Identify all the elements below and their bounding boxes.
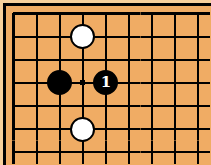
point-2-5[interactable] (25, 94, 48, 117)
board-frame-top (3, 3, 211, 6)
point-9-4[interactable] (187, 71, 210, 94)
point-5-4[interactable]: 1 (94, 71, 117, 94)
point-5-3[interactable] (94, 48, 117, 71)
point-2-2[interactable] (25, 25, 48, 48)
hoshi-point (80, 80, 85, 85)
point-9-3[interactable] (187, 48, 210, 71)
point-8-6[interactable] (164, 117, 187, 140)
point-2-6[interactable] (25, 117, 48, 140)
point-2-7[interactable] (25, 141, 48, 164)
point-5-5[interactable] (94, 94, 117, 117)
point-3-5[interactable] (48, 94, 71, 117)
point-4-4[interactable] (71, 71, 94, 94)
point-9-6[interactable] (187, 117, 210, 140)
go-board-diagram: 1 (0, 0, 211, 165)
black-stone[interactable] (47, 70, 72, 95)
point-3-6[interactable] (48, 117, 71, 140)
point-3-4[interactable] (48, 71, 71, 94)
point-4-5[interactable] (71, 94, 94, 117)
point-6-7[interactable] (117, 141, 140, 164)
board-frame-left (3, 6, 6, 165)
point-9-7[interactable] (187, 141, 210, 164)
board-grid: 1 (2, 2, 210, 164)
point-8-4[interactable] (164, 71, 187, 94)
point-3-3[interactable] (48, 48, 71, 71)
white-stone[interactable] (70, 117, 95, 142)
point-6-4[interactable] (117, 71, 140, 94)
point-5-6[interactable] (94, 117, 117, 140)
point-7-2[interactable] (141, 25, 164, 48)
point-7-6[interactable] (141, 117, 164, 140)
point-9-5[interactable] (187, 94, 210, 117)
point-7-7[interactable] (141, 141, 164, 164)
point-4-3[interactable] (71, 48, 94, 71)
black-stone[interactable]: 1 (93, 70, 118, 95)
point-4-2[interactable] (71, 25, 94, 48)
point-5-7[interactable] (94, 141, 117, 164)
point-4-6[interactable] (71, 117, 94, 140)
point-2-4[interactable] (25, 71, 48, 94)
point-3-7[interactable] (48, 141, 71, 164)
point-6-6[interactable] (117, 117, 140, 140)
move-number-label: 1 (101, 75, 111, 90)
point-8-3[interactable] (164, 48, 187, 71)
point-3-2[interactable] (48, 25, 71, 48)
point-8-7[interactable] (164, 141, 187, 164)
point-5-2[interactable] (94, 25, 117, 48)
point-6-5[interactable] (117, 94, 140, 117)
point-7-5[interactable] (141, 94, 164, 117)
point-6-2[interactable] (117, 25, 140, 48)
point-8-2[interactable] (164, 25, 187, 48)
point-4-7[interactable] (71, 141, 94, 164)
point-8-5[interactable] (164, 94, 187, 117)
point-7-4[interactable] (141, 71, 164, 94)
point-2-3[interactable] (25, 48, 48, 71)
point-6-3[interactable] (117, 48, 140, 71)
point-9-2[interactable] (187, 25, 210, 48)
white-stone[interactable] (70, 24, 95, 49)
point-7-3[interactable] (141, 48, 164, 71)
